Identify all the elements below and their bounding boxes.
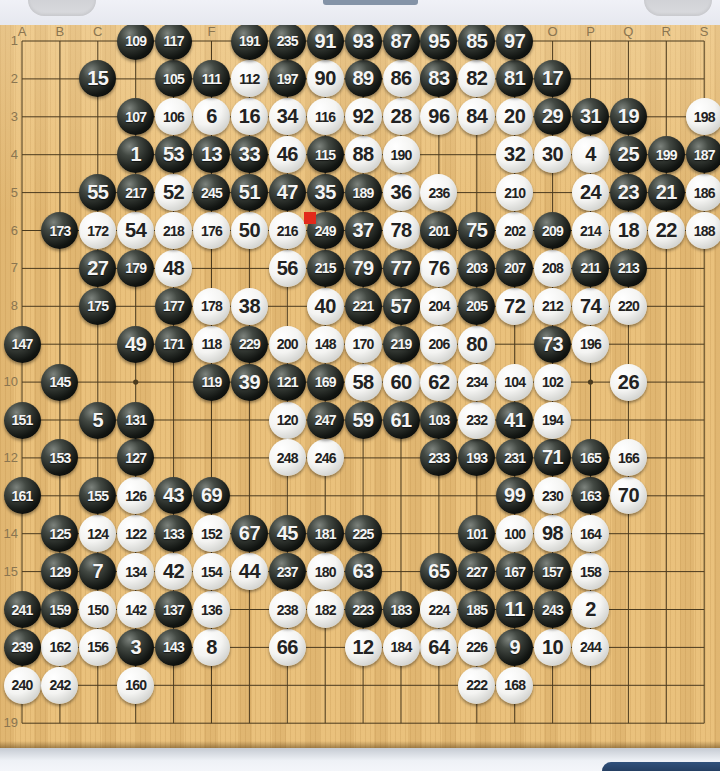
stone-L7[interactable]: 76 — [420, 250, 457, 287]
move-number: 176 — [201, 223, 222, 239]
move-number: 12 — [352, 636, 373, 659]
stone-M17[interactable]: 226 — [458, 629, 495, 666]
stone-H1[interactable]: 235 — [269, 23, 306, 60]
stone-P9[interactable]: 196 — [572, 326, 609, 363]
stone-J16[interactable]: 223 — [345, 591, 382, 628]
stone-K3[interactable]: 28 — [383, 98, 420, 135]
stone-P14[interactable]: 164 — [572, 515, 609, 552]
stone-K17[interactable]: 184 — [383, 629, 420, 666]
move-number: 24 — [580, 181, 601, 204]
stone-F6[interactable]: 176 — [193, 212, 230, 249]
stone-B18[interactable]: 242 — [41, 667, 78, 704]
stone-A18[interactable]: 240 — [4, 667, 41, 704]
move-number: 137 — [163, 602, 184, 618]
move-number: 118 — [201, 336, 221, 352]
stone-Q12[interactable]: 166 — [610, 439, 647, 476]
stone-O16[interactable]: 243 — [534, 591, 571, 628]
stone-K8[interactable]: 57 — [383, 288, 420, 325]
move-number: 180 — [315, 564, 336, 580]
stone-Q3[interactable]: 19 — [610, 98, 647, 135]
stone-P6[interactable]: 214 — [572, 212, 609, 249]
stone-Q5[interactable]: 23 — [610, 174, 647, 211]
move-number: 44 — [239, 560, 260, 583]
stone-P7[interactable]: 211 — [572, 250, 609, 287]
move-number: 59 — [352, 409, 373, 432]
stone-O11[interactable]: 194 — [534, 402, 571, 439]
stone-P15[interactable]: 158 — [572, 553, 609, 590]
stone-K11[interactable]: 61 — [383, 402, 420, 439]
stone-K16[interactable]: 183 — [383, 591, 420, 628]
stone-P4[interactable]: 4 — [572, 136, 609, 173]
move-number: 8 — [206, 636, 217, 659]
move-number: 202 — [504, 223, 525, 239]
stone-P5[interactable]: 24 — [572, 174, 609, 211]
stone-H14[interactable]: 45 — [269, 515, 306, 552]
move-number: 199 — [656, 147, 677, 163]
move-number: 50 — [239, 219, 260, 242]
stone-J9[interactable]: 170 — [345, 326, 382, 363]
stone-K4[interactable]: 190 — [383, 136, 420, 173]
stone-I10[interactable]: 169 — [307, 364, 344, 401]
stone-G8[interactable]: 38 — [231, 288, 268, 325]
move-number: 242 — [49, 677, 70, 693]
stone-K10[interactable]: 60 — [383, 364, 420, 401]
stone-H2[interactable]: 197 — [269, 60, 306, 97]
stone-M10[interactable]: 234 — [458, 364, 495, 401]
stone-H10[interactable]: 121 — [269, 364, 306, 401]
move-number: 79 — [352, 257, 373, 280]
stone-G3[interactable]: 16 — [231, 98, 268, 135]
move-number: 11 — [505, 598, 525, 621]
stone-J3[interactable]: 92 — [345, 98, 382, 135]
stone-N7[interactable]: 207 — [496, 250, 533, 287]
stone-S3[interactable]: 198 — [686, 98, 720, 135]
stone-E17[interactable]: 143 — [155, 629, 192, 666]
move-number: 165 — [580, 450, 601, 466]
move-number: 90 — [315, 67, 336, 90]
stone-Q6[interactable]: 18 — [610, 212, 647, 249]
stone-D11[interactable]: 131 — [117, 402, 154, 439]
stone-N17[interactable]: 9 — [496, 629, 533, 666]
move-number: 97 — [504, 30, 525, 53]
stone-H3[interactable]: 34 — [269, 98, 306, 135]
move-number: 82 — [466, 67, 487, 90]
stone-F10[interactable]: 119 — [193, 364, 230, 401]
stone-K5[interactable]: 36 — [383, 174, 420, 211]
move-number: 83 — [428, 67, 449, 90]
move-number: 232 — [466, 412, 487, 428]
move-number: 16 — [239, 105, 260, 128]
move-number: 23 — [618, 181, 639, 204]
stone-J17[interactable]: 12 — [345, 629, 382, 666]
stone-L17[interactable]: 64 — [420, 629, 457, 666]
stone-N11[interactable]: 41 — [496, 402, 533, 439]
move-number: 133 — [163, 526, 184, 542]
move-number: 89 — [352, 67, 373, 90]
bottom-right-button[interactable] — [602, 762, 720, 771]
stone-I2[interactable]: 90 — [307, 60, 344, 97]
move-number: 183 — [391, 602, 412, 618]
stone-D17[interactable]: 3 — [117, 629, 154, 666]
move-number: 62 — [428, 371, 449, 394]
stone-O10[interactable]: 102 — [534, 364, 571, 401]
stone-K2[interactable]: 86 — [383, 60, 420, 97]
stone-J1[interactable]: 93 — [345, 23, 382, 60]
stone-E15[interactable]: 42 — [155, 553, 192, 590]
move-number: 177 — [163, 298, 184, 314]
move-number: 65 — [428, 560, 449, 583]
stone-C17[interactable]: 156 — [79, 629, 116, 666]
move-number: 9 — [509, 636, 520, 659]
stone-D16[interactable]: 142 — [117, 591, 154, 628]
stone-E9[interactable]: 171 — [155, 326, 192, 363]
stone-K7[interactable]: 77 — [383, 250, 420, 287]
stone-E16[interactable]: 137 — [155, 591, 192, 628]
stone-M8[interactable]: 205 — [458, 288, 495, 325]
stone-I14[interactable]: 181 — [307, 515, 344, 552]
stone-J7[interactable]: 79 — [345, 250, 382, 287]
stone-K6[interactable]: 78 — [383, 212, 420, 249]
stone-G4[interactable]: 33 — [231, 136, 268, 173]
stone-Q8[interactable]: 220 — [610, 288, 647, 325]
move-number: 78 — [390, 219, 411, 242]
stone-S5[interactable]: 186 — [686, 174, 720, 211]
top-left-button[interactable] — [28, 0, 96, 16]
stone-P16[interactable]: 2 — [572, 591, 609, 628]
move-number: 3 — [130, 636, 141, 659]
move-number: 29 — [542, 105, 563, 128]
move-number: 58 — [352, 371, 373, 394]
stone-L11[interactable]: 103 — [420, 402, 457, 439]
stone-I3[interactable]: 116 — [307, 98, 344, 135]
go-app-screen: ABCDEFGHIJKLMNOPQRS123456789101112131415… — [0, 0, 720, 771]
stone-H12[interactable]: 248 — [269, 439, 306, 476]
stone-J14[interactable]: 225 — [345, 515, 382, 552]
move-number: 207 — [504, 260, 525, 276]
move-number: 170 — [353, 336, 374, 352]
move-number: 127 — [125, 450, 146, 466]
stone-H9[interactable]: 200 — [269, 326, 306, 363]
stone-O17[interactable]: 10 — [534, 629, 571, 666]
move-number: 53 — [163, 143, 184, 166]
stone-I9[interactable]: 148 — [307, 326, 344, 363]
move-number: 203 — [466, 260, 487, 276]
move-number: 56 — [277, 257, 298, 280]
move-number: 55 — [87, 181, 108, 204]
stone-H17[interactable]: 66 — [269, 629, 306, 666]
move-number: 67 — [239, 522, 260, 545]
move-number: 107 — [125, 109, 146, 125]
move-number: 201 — [428, 223, 449, 239]
move-number: 210 — [504, 185, 525, 201]
move-number: 13 — [201, 143, 222, 166]
move-number: 205 — [466, 298, 487, 314]
move-number: 188 — [694, 223, 715, 239]
stone-I4[interactable]: 115 — [307, 136, 344, 173]
stone-L10[interactable]: 62 — [420, 364, 457, 401]
move-number: 47 — [277, 181, 298, 204]
move-number: 71 — [542, 446, 563, 469]
move-number: 76 — [428, 257, 449, 280]
move-number: 95 — [428, 30, 449, 53]
stone-A11[interactable]: 151 — [4, 402, 41, 439]
stone-I7[interactable]: 215 — [307, 250, 344, 287]
stone-R5[interactable]: 21 — [648, 174, 685, 211]
stone-M11[interactable]: 232 — [458, 402, 495, 439]
stone-G6[interactable]: 50 — [231, 212, 268, 249]
move-number: 248 — [277, 450, 298, 466]
stone-I16[interactable]: 182 — [307, 591, 344, 628]
stone-L1[interactable]: 95 — [420, 23, 457, 60]
stone-F14[interactable]: 152 — [193, 515, 230, 552]
stone-O4[interactable]: 30 — [534, 136, 571, 173]
move-number: 156 — [87, 639, 108, 655]
move-number: 126 — [125, 488, 146, 504]
move-number: 109 — [125, 33, 146, 49]
stone-Q7[interactable]: 213 — [610, 250, 647, 287]
stone-Q10[interactable]: 26 — [610, 364, 647, 401]
move-number: 193 — [466, 450, 487, 466]
move-number: 100 — [504, 526, 525, 542]
stone-J5[interactable]: 189 — [345, 174, 382, 211]
move-number: 60 — [390, 371, 411, 394]
stone-I1[interactable]: 91 — [307, 23, 344, 60]
move-number: 241 — [12, 602, 33, 618]
stone-N6[interactable]: 202 — [496, 212, 533, 249]
stone-G15[interactable]: 44 — [231, 553, 268, 590]
stone-H4[interactable]: 46 — [269, 136, 306, 173]
stone-N16[interactable]: 11 — [496, 591, 533, 628]
stone-R6[interactable]: 22 — [648, 212, 685, 249]
stone-B10[interactable]: 145 — [41, 364, 78, 401]
move-number: 233 — [428, 450, 449, 466]
move-number: 52 — [163, 181, 184, 204]
stone-O8[interactable]: 212 — [534, 288, 571, 325]
move-number: 218 — [163, 223, 184, 239]
stone-P17[interactable]: 244 — [572, 629, 609, 666]
stone-A17[interactable]: 239 — [4, 629, 41, 666]
move-number: 221 — [353, 298, 374, 314]
stone-H7[interactable]: 56 — [269, 250, 306, 287]
stone-F5[interactable]: 245 — [193, 174, 230, 211]
go-board[interactable]: ABCDEFGHIJKLMNOPQRS123456789101112131415… — [0, 25, 720, 748]
stone-D5[interactable]: 217 — [117, 174, 154, 211]
stone-J2[interactable]: 89 — [345, 60, 382, 97]
move-number: 230 — [542, 488, 563, 504]
move-number: 204 — [428, 298, 449, 314]
move-number: 5 — [92, 409, 103, 432]
stone-R4[interactable]: 199 — [648, 136, 685, 173]
move-number: 28 — [390, 105, 411, 128]
move-number: 150 — [87, 602, 108, 618]
stone-H16[interactable]: 238 — [269, 591, 306, 628]
move-number: 186 — [694, 185, 715, 201]
stone-O14[interactable]: 98 — [534, 515, 571, 552]
move-number: 116 — [315, 109, 335, 125]
stone-F9[interactable]: 118 — [193, 326, 230, 363]
stone-N1[interactable]: 97 — [496, 23, 533, 60]
stone-D18[interactable]: 160 — [117, 667, 154, 704]
stone-A13[interactable]: 161 — [4, 477, 41, 514]
stone-F17[interactable]: 8 — [193, 629, 230, 666]
stone-I8[interactable]: 40 — [307, 288, 344, 325]
stone-I12[interactable]: 246 — [307, 439, 344, 476]
stone-S4[interactable]: 187 — [686, 136, 720, 173]
stone-G14[interactable]: 67 — [231, 515, 268, 552]
stone-E7[interactable]: 48 — [155, 250, 192, 287]
stone-J4[interactable]: 88 — [345, 136, 382, 173]
stone-B17[interactable]: 162 — [41, 629, 78, 666]
stone-M7[interactable]: 203 — [458, 250, 495, 287]
stone-O15[interactable]: 157 — [534, 553, 571, 590]
stone-D15[interactable]: 134 — [117, 553, 154, 590]
stone-G2[interactable]: 112 — [231, 60, 268, 97]
stone-C11[interactable]: 5 — [79, 402, 116, 439]
move-number: 129 — [49, 564, 70, 580]
move-number: 185 — [466, 602, 487, 618]
stone-C7[interactable]: 27 — [79, 250, 116, 287]
stone-L8[interactable]: 204 — [420, 288, 457, 325]
stone-S6[interactable]: 188 — [686, 212, 720, 249]
move-number: 75 — [466, 219, 487, 242]
move-number: 244 — [580, 639, 601, 655]
stone-D9[interactable]: 49 — [117, 326, 154, 363]
move-number: 164 — [580, 526, 601, 542]
stone-P8[interactable]: 74 — [572, 288, 609, 325]
stone-K9[interactable]: 219 — [383, 326, 420, 363]
stone-M18[interactable]: 222 — [458, 667, 495, 704]
move-number: 154 — [201, 564, 222, 580]
stone-J10[interactable]: 58 — [345, 364, 382, 401]
move-number: 225 — [353, 526, 374, 542]
bottom-toolbar — [0, 748, 720, 771]
stone-Q4[interactable]: 25 — [610, 136, 647, 173]
top-right-button[interactable] — [644, 0, 712, 16]
move-number: 226 — [466, 639, 487, 655]
move-number: 190 — [391, 147, 412, 163]
stone-D6[interactable]: 54 — [117, 212, 154, 249]
move-number: 37 — [352, 219, 373, 242]
move-number: 235 — [277, 33, 298, 49]
stone-F16[interactable]: 136 — [193, 591, 230, 628]
move-number: 112 — [239, 71, 259, 87]
stone-J6[interactable]: 37 — [345, 212, 382, 249]
stone-E14[interactable]: 133 — [155, 515, 192, 552]
move-number: 74 — [580, 295, 601, 318]
stone-G10[interactable]: 39 — [231, 364, 268, 401]
move-number: 46 — [277, 143, 298, 166]
stone-G9[interactable]: 229 — [231, 326, 268, 363]
move-number: 194 — [542, 412, 563, 428]
move-number: 147 — [12, 336, 33, 352]
move-number: 92 — [352, 105, 373, 128]
stone-N5[interactable]: 210 — [496, 174, 533, 211]
stone-E8[interactable]: 177 — [155, 288, 192, 325]
stone-L9[interactable]: 206 — [420, 326, 457, 363]
stone-J15[interactable]: 63 — [345, 553, 382, 590]
stone-O9[interactable]: 73 — [534, 326, 571, 363]
move-number: 214 — [580, 223, 601, 239]
move-number: 34 — [277, 105, 298, 128]
move-number: 41 — [504, 409, 525, 432]
move-number: 63 — [352, 560, 373, 583]
move-number: 36 — [390, 181, 411, 204]
move-number: 101 — [466, 526, 487, 542]
move-number: 61 — [390, 409, 411, 432]
move-number: 22 — [656, 219, 677, 242]
move-number: 51 — [239, 181, 260, 204]
move-number: 40 — [315, 295, 336, 318]
stone-E5[interactable]: 52 — [155, 174, 192, 211]
stone-Q13[interactable]: 70 — [610, 477, 647, 514]
stone-A9[interactable]: 147 — [4, 326, 41, 363]
stone-J8[interactable]: 221 — [345, 288, 382, 325]
move-number: 80 — [466, 333, 487, 356]
move-number: 211 — [580, 260, 600, 276]
stone-H15[interactable]: 237 — [269, 553, 306, 590]
stone-C8[interactable]: 175 — [79, 288, 116, 325]
move-number: 152 — [201, 526, 222, 542]
move-number: 158 — [580, 564, 601, 580]
move-number: 243 — [542, 602, 563, 618]
move-number: 35 — [315, 181, 336, 204]
stone-F15[interactable]: 154 — [193, 553, 230, 590]
stone-N18[interactable]: 168 — [496, 667, 533, 704]
stone-I11[interactable]: 247 — [307, 402, 344, 439]
move-number: 163 — [580, 488, 601, 504]
stone-F8[interactable]: 178 — [193, 288, 230, 325]
last-move-marker — [304, 212, 316, 224]
stone-M9[interactable]: 80 — [458, 326, 495, 363]
move-number: 208 — [542, 260, 563, 276]
move-number: 220 — [618, 298, 639, 314]
move-number: 57 — [390, 295, 411, 318]
stone-H11[interactable]: 120 — [269, 402, 306, 439]
move-number: 39 — [239, 371, 260, 394]
stone-H5[interactable]: 47 — [269, 174, 306, 211]
move-number: 238 — [277, 602, 298, 618]
move-number: 219 — [391, 336, 412, 352]
stone-I15[interactable]: 180 — [307, 553, 344, 590]
stone-N15[interactable]: 167 — [496, 553, 533, 590]
stone-K1[interactable]: 87 — [383, 23, 420, 60]
stone-F4[interactable]: 13 — [193, 136, 230, 173]
stone-O6[interactable]: 209 — [534, 212, 571, 249]
stone-E1[interactable]: 117 — [155, 23, 192, 60]
stone-H6[interactable]: 216 — [269, 212, 306, 249]
move-number: 32 — [504, 143, 525, 166]
stone-I5[interactable]: 35 — [307, 174, 344, 211]
stone-M1[interactable]: 85 — [458, 23, 495, 60]
move-number: 136 — [201, 602, 222, 618]
stone-D1[interactable]: 109 — [117, 23, 154, 60]
stone-N10[interactable]: 104 — [496, 364, 533, 401]
stone-D7[interactable]: 179 — [117, 250, 154, 287]
move-number: 106 — [163, 109, 184, 125]
stone-E4[interactable]: 53 — [155, 136, 192, 173]
stone-G1[interactable]: 191 — [231, 23, 268, 60]
stone-A16[interactable]: 241 — [4, 591, 41, 628]
move-number: 69 — [201, 484, 222, 507]
stone-O7[interactable]: 208 — [534, 250, 571, 287]
move-number: 38 — [239, 295, 260, 318]
stone-G5[interactable]: 51 — [231, 174, 268, 211]
stone-E6[interactable]: 218 — [155, 212, 192, 249]
move-number: 227 — [466, 564, 487, 580]
stone-N8[interactable]: 72 — [496, 288, 533, 325]
stone-J11[interactable]: 59 — [345, 402, 382, 439]
move-number: 175 — [87, 298, 108, 314]
